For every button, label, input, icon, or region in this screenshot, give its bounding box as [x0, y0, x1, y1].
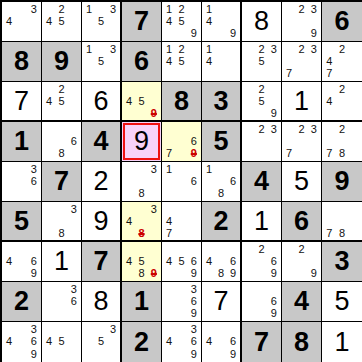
cell-r4c7[interactable]: 23 — [242, 122, 282, 162]
empty-candidate-slot — [203, 348, 215, 361]
empty-candidate-slot — [323, 83, 336, 95]
candidate-digit: 7 — [323, 68, 336, 80]
cell-r8c3[interactable]: 8 — [82, 282, 122, 322]
cell-r8c2[interactable]: 36 — [42, 282, 82, 322]
cell-r1c9[interactable]: 6 — [322, 2, 362, 42]
empty-candidate-slot — [123, 243, 135, 255]
empty-candidate-slot — [215, 243, 227, 255]
solved-digit: 9 — [93, 208, 108, 235]
empty-candidate-slot — [123, 107, 135, 119]
candidate-digit: 9 — [28, 268, 40, 280]
empty-candidate-slot — [227, 55, 239, 67]
candidate-digit: 8 — [55, 227, 67, 239]
cell-r5c6[interactable]: 168 — [202, 162, 242, 202]
cell-r3c5[interactable]: 8 — [162, 82, 202, 122]
empty-candidate-slot — [295, 68, 307, 80]
empty-candidate-slot — [188, 188, 200, 200]
empty-candidate-slot — [215, 336, 227, 349]
candidate-digit: 8 — [215, 188, 227, 200]
cell-r1c3[interactable]: 135 — [82, 2, 122, 42]
empty-candidate-slot — [175, 308, 187, 320]
cell-r8c7[interactable]: 69 — [242, 282, 282, 322]
empty-candidate-slot — [135, 215, 147, 227]
solved-digit: 5 — [294, 168, 309, 195]
candidate-digit: 3 — [308, 3, 320, 15]
cell-r8c5[interactable]: 369 — [162, 282, 202, 322]
pencil-marks: 29 — [283, 243, 320, 280]
given-digit: 5 — [213, 128, 228, 155]
empty-candidate-slot — [268, 95, 280, 107]
candidate-digit: 5 — [55, 95, 67, 107]
empty-candidate-slot — [55, 107, 67, 119]
solved-digit: 1 — [254, 208, 269, 235]
cell-r4c3[interactable]: 4 — [82, 122, 122, 162]
eliminated-candidate-digit: 8 — [135, 227, 147, 239]
cell-r7c7[interactable]: 269 — [242, 242, 282, 282]
empty-candidate-slot — [215, 55, 227, 67]
candidate-digit: 5 — [135, 255, 147, 267]
empty-candidate-slot — [255, 283, 267, 295]
candidate-digit: 8 — [55, 148, 67, 160]
cell-r1c7[interactable]: 8 — [242, 2, 282, 42]
pencil-marks: 14 — [203, 43, 239, 80]
cell-r8c8[interactable]: 4 — [282, 282, 322, 322]
candidate-digit: 5 — [95, 55, 107, 67]
candidate-digit: 4 — [203, 15, 215, 27]
candidate-digit: 2 — [55, 83, 67, 95]
pencil-marks: 269 — [243, 243, 280, 280]
given-digit: 4 — [254, 168, 269, 195]
cell-r5c5[interactable]: 16 — [162, 162, 202, 202]
pencil-marks: 36 — [3, 163, 40, 200]
cell-r2c7[interactable]: 235 — [242, 42, 282, 82]
candidate-digit: 4 — [123, 215, 135, 227]
empty-candidate-slot — [148, 215, 160, 227]
pencil-marks: 237 — [283, 43, 320, 80]
empty-candidate-slot — [95, 348, 107, 361]
cell-r3c2[interactable]: 245 — [42, 82, 82, 122]
empty-candidate-slot — [283, 123, 295, 135]
candidate-digit: 2 — [175, 43, 187, 55]
empty-candidate-slot — [175, 148, 187, 160]
empty-candidate-slot — [243, 68, 255, 80]
cell-r9c3[interactable]: 35 — [82, 322, 122, 362]
pencil-marks: 135 — [83, 43, 119, 80]
cell-r2c2[interactable]: 9 — [42, 42, 82, 82]
empty-candidate-slot — [175, 175, 187, 187]
empty-candidate-slot — [243, 148, 255, 160]
pencil-marks: 4589 — [123, 243, 160, 280]
candidate-digit: 3 — [148, 203, 160, 215]
empty-candidate-slot — [43, 107, 55, 119]
empty-candidate-slot — [95, 68, 107, 80]
empty-candidate-slot — [163, 348, 175, 361]
cell-r3c9[interactable]: 24 — [322, 82, 362, 122]
cell-r6c6[interactable]: 2 — [202, 202, 242, 242]
empty-candidate-slot — [336, 55, 349, 67]
empty-candidate-slot — [295, 28, 307, 40]
cell-r9c1[interactable]: 3469 — [2, 322, 42, 362]
empty-candidate-slot — [243, 268, 255, 280]
candidate-digit: 3 — [28, 3, 40, 15]
empty-candidate-slot — [308, 135, 320, 147]
cell-r8c4[interactable]: 1 — [122, 282, 162, 322]
candidate-digit: 8 — [336, 148, 349, 160]
empty-candidate-slot — [55, 123, 67, 135]
empty-candidate-slot — [188, 227, 200, 239]
cell-r3c4[interactable]: 459 — [122, 82, 162, 122]
candidate-digit: 2 — [295, 123, 307, 135]
cell-r4c8[interactable]: 237 — [282, 122, 322, 162]
empty-candidate-slot — [348, 43, 361, 55]
cell-r5c9[interactable]: 9 — [322, 162, 362, 202]
empty-candidate-slot — [255, 255, 267, 267]
cell-r4c6[interactable]: 5 — [202, 122, 242, 162]
cell-r4c1[interactable]: 1 — [2, 122, 42, 162]
pencil-marks: 34 — [3, 3, 40, 40]
empty-candidate-slot — [68, 336, 80, 349]
cell-r9c5[interactable]: 3469 — [162, 322, 202, 362]
pencil-marks: 469 — [203, 323, 239, 361]
empty-candidate-slot — [3, 188, 15, 200]
empty-candidate-slot — [3, 175, 15, 187]
empty-candidate-slot — [243, 255, 255, 267]
cell-r3c1[interactable]: 7 — [2, 82, 42, 122]
cell-r5c3[interactable]: 2 — [82, 162, 122, 202]
pencil-marks: 247 — [323, 43, 361, 80]
pencil-marks: 3469 — [3, 323, 40, 361]
empty-candidate-slot — [336, 215, 349, 227]
pencil-marks: 1245 — [163, 43, 200, 80]
cell-r5c2[interactable]: 7 — [42, 162, 82, 202]
empty-candidate-slot — [243, 283, 255, 295]
empty-candidate-slot — [148, 95, 160, 107]
cell-r9c7[interactable]: 7 — [242, 322, 282, 362]
empty-candidate-slot — [268, 68, 280, 80]
cell-r7c9[interactable]: 3 — [322, 242, 362, 282]
given-digit: 2 — [213, 208, 228, 235]
empty-candidate-slot — [336, 203, 349, 215]
candidate-digit: 4 — [3, 255, 15, 267]
candidate-digit: 3 — [107, 3, 119, 15]
empty-candidate-slot — [95, 43, 107, 55]
empty-candidate-slot — [215, 68, 227, 80]
candidate-digit: 4 — [3, 336, 15, 349]
cell-r7c6[interactable]: 4689 — [202, 242, 242, 282]
cell-r1c8[interactable]: 239 — [282, 2, 322, 42]
empty-candidate-slot — [227, 188, 239, 200]
empty-candidate-slot — [68, 348, 80, 361]
candidate-digit: 9 — [227, 268, 239, 280]
empty-candidate-slot — [348, 135, 361, 147]
pencil-marks: 168 — [203, 163, 239, 200]
candidate-digit: 4 — [163, 336, 175, 349]
cell-r2c1[interactable]: 8 — [2, 42, 42, 82]
empty-candidate-slot — [268, 283, 280, 295]
cell-r6c8[interactable]: 6 — [282, 202, 322, 242]
cell-r7c1[interactable]: 469 — [2, 242, 42, 282]
empty-candidate-slot — [215, 255, 227, 267]
sudoku-board: 3424513571245914982396891356124514235237… — [0, 0, 362, 362]
empty-candidate-slot — [323, 135, 336, 147]
empty-candidate-slot — [43, 283, 55, 295]
empty-candidate-slot — [227, 243, 239, 255]
given-digit: 4 — [294, 288, 309, 315]
empty-candidate-slot — [188, 163, 200, 175]
empty-candidate-slot — [3, 28, 15, 40]
cell-r1c5[interactable]: 12459 — [162, 2, 202, 42]
cell-r2c6[interactable]: 14 — [202, 42, 242, 82]
empty-candidate-slot — [203, 323, 215, 336]
cell-r1c2[interactable]: 245 — [42, 2, 82, 42]
pencil-marks: 35 — [83, 323, 119, 361]
cell-r7c5[interactable]: 4569 — [162, 242, 202, 282]
empty-candidate-slot — [68, 3, 80, 15]
empty-candidate-slot — [215, 28, 227, 40]
pencil-marks: 149 — [203, 3, 239, 40]
candidate-digit: 6 — [68, 295, 80, 307]
pencil-marks: 47 — [163, 203, 200, 239]
candidate-digit: 9 — [188, 268, 200, 280]
cell-r3c6[interactable]: 3 — [202, 82, 242, 122]
empty-candidate-slot — [15, 323, 27, 336]
cell-r1c1[interactable]: 34 — [2, 2, 42, 42]
empty-candidate-slot — [3, 268, 15, 280]
pencil-marks: 235 — [243, 43, 280, 80]
empty-candidate-slot — [148, 255, 160, 267]
cell-r3c8[interactable]: 1 — [282, 82, 322, 122]
cell-r8c1[interactable]: 2 — [2, 282, 42, 322]
empty-candidate-slot — [175, 135, 187, 147]
empty-candidate-slot — [163, 68, 175, 80]
candidate-digit: 6 — [28, 175, 40, 187]
empty-candidate-slot — [68, 227, 80, 239]
candidate-digit: 2 — [336, 43, 349, 55]
pencil-marks: 237 — [283, 123, 320, 160]
pencil-marks: 4689 — [203, 243, 239, 280]
empty-candidate-slot — [348, 68, 361, 80]
cell-r6c9[interactable]: 78 — [322, 202, 362, 242]
cell-r6c5[interactable]: 47 — [162, 202, 202, 242]
candidate-digit: 6 — [188, 135, 200, 147]
candidate-digit: 7 — [163, 227, 175, 239]
empty-candidate-slot — [255, 295, 267, 307]
empty-candidate-slot — [295, 135, 307, 147]
empty-candidate-slot — [3, 3, 15, 15]
cell-r5c7[interactable]: 4 — [242, 162, 282, 202]
given-digit: 3 — [213, 88, 228, 115]
empty-candidate-slot — [68, 107, 80, 119]
candidate-digit: 2 — [295, 243, 307, 255]
empty-candidate-slot — [243, 295, 255, 307]
empty-candidate-slot — [175, 227, 187, 239]
pencil-marks: 348 — [123, 203, 160, 239]
solved-digit: 6 — [93, 88, 108, 115]
cell-r6c4[interactable]: 348 — [122, 202, 162, 242]
given-digit: 1 — [14, 128, 29, 155]
pencil-marks: 45 — [43, 323, 80, 361]
empty-candidate-slot — [175, 123, 187, 135]
candidate-digit: 3 — [28, 163, 40, 175]
empty-candidate-slot — [163, 28, 175, 40]
cell-r7c8[interactable]: 29 — [282, 242, 322, 282]
empty-candidate-slot — [323, 43, 336, 55]
empty-candidate-slot — [188, 203, 200, 215]
empty-candidate-slot — [55, 135, 67, 147]
empty-candidate-slot — [323, 107, 336, 119]
cell-r6c7[interactable]: 1 — [242, 202, 282, 242]
empty-candidate-slot — [15, 28, 27, 40]
empty-candidate-slot — [163, 268, 175, 280]
empty-candidate-slot — [323, 203, 336, 215]
empty-candidate-slot — [283, 243, 295, 255]
cell-r9c4[interactable]: 2 — [122, 322, 162, 362]
candidate-digit: 4 — [323, 55, 336, 67]
empty-candidate-slot — [243, 243, 255, 255]
pencil-marks: 259 — [243, 83, 280, 119]
candidate-digit: 2 — [295, 3, 307, 15]
empty-candidate-slot — [15, 268, 27, 280]
cell-r9c6[interactable]: 469 — [202, 322, 242, 362]
cell-r9c8[interactable]: 8 — [282, 322, 322, 362]
empty-candidate-slot — [203, 243, 215, 255]
cell-r5c1[interactable]: 36 — [2, 162, 42, 202]
empty-candidate-slot — [68, 83, 80, 95]
cell-r1c6[interactable]: 149 — [202, 2, 242, 42]
given-digit: 8 — [14, 48, 29, 75]
cell-r5c8[interactable]: 5 — [282, 162, 322, 202]
cell-r6c1[interactable]: 5 — [2, 202, 42, 242]
cell-r2c9[interactable]: 247 — [322, 42, 362, 82]
cell-r5c4[interactable]: 38 — [122, 162, 162, 202]
empty-candidate-slot — [148, 83, 160, 95]
empty-candidate-slot — [227, 163, 239, 175]
empty-candidate-slot — [268, 55, 280, 67]
given-digit: 6 — [334, 8, 349, 35]
cell-r7c4[interactable]: 4589 — [122, 242, 162, 282]
empty-candidate-slot — [308, 15, 320, 27]
empty-candidate-slot — [203, 188, 215, 200]
empty-candidate-slot — [107, 55, 119, 67]
empty-candidate-slot — [203, 268, 215, 280]
cell-r7c2[interactable]: 1 — [42, 242, 82, 282]
candidate-digit: 1 — [163, 3, 175, 15]
empty-candidate-slot — [163, 123, 175, 135]
empty-candidate-slot — [243, 55, 255, 67]
cell-r9c9[interactable]: 1 — [322, 322, 362, 362]
cell-r4c4[interactable]: 9 — [122, 122, 162, 162]
cell-r2c4[interactable]: 6 — [122, 42, 162, 82]
cell-r8c6[interactable]: 7 — [202, 282, 242, 322]
candidate-digit: 1 — [83, 43, 95, 55]
empty-candidate-slot — [188, 15, 200, 27]
empty-candidate-slot — [43, 3, 55, 15]
cell-r2c3[interactable]: 135 — [82, 42, 122, 82]
eliminated-candidate-digit: 9 — [188, 148, 200, 160]
empty-candidate-slot — [55, 348, 67, 361]
candidate-digit: 6 — [268, 255, 280, 267]
empty-candidate-slot — [135, 203, 147, 215]
given-digit: 9 — [334, 168, 349, 195]
empty-candidate-slot — [215, 348, 227, 361]
empty-candidate-slot — [123, 203, 135, 215]
candidate-digit: 4 — [3, 15, 15, 27]
empty-candidate-slot — [215, 15, 227, 27]
solved-digit: 8 — [93, 288, 108, 315]
cell-r3c7[interactable]: 259 — [242, 82, 282, 122]
empty-candidate-slot — [175, 348, 187, 361]
eliminated-candidate-digit: 9 — [148, 268, 160, 280]
pencil-marks: 23 — [243, 123, 280, 160]
given-digit: 4 — [93, 128, 108, 155]
pencil-marks: 38 — [123, 163, 160, 200]
solved-digit: 2 — [93, 168, 108, 195]
cell-r7c3[interactable]: 7 — [82, 242, 122, 282]
pencil-marks: 245 — [43, 83, 80, 119]
cell-r4c2[interactable]: 68 — [42, 122, 82, 162]
empty-candidate-slot — [283, 135, 295, 147]
empty-candidate-slot — [3, 243, 15, 255]
empty-candidate-slot — [243, 135, 255, 147]
empty-candidate-slot — [135, 107, 147, 119]
cell-r6c2[interactable]: 38 — [42, 202, 82, 242]
candidate-digit: 7 — [283, 148, 295, 160]
candidate-digit: 3 — [68, 283, 80, 295]
cell-r8c9[interactable]: 5 — [322, 282, 362, 322]
cell-r2c8[interactable]: 237 — [282, 42, 322, 82]
cell-r6c3[interactable]: 9 — [82, 202, 122, 242]
empty-candidate-slot — [148, 227, 160, 239]
empty-candidate-slot — [43, 28, 55, 40]
pencil-marks: 4569 — [163, 243, 200, 280]
empty-candidate-slot — [295, 15, 307, 27]
candidate-digit: 4 — [163, 255, 175, 267]
candidate-digit: 5 — [95, 336, 107, 349]
empty-candidate-slot — [348, 148, 361, 160]
candidate-digit: 4 — [43, 95, 55, 107]
cell-r9c2[interactable]: 45 — [42, 322, 82, 362]
candidate-digit: 2 — [255, 243, 267, 255]
empty-candidate-slot — [348, 107, 361, 119]
cell-r4c9[interactable]: 278 — [322, 122, 362, 162]
pencil-marks: 239 — [283, 3, 320, 40]
candidate-digit: 3 — [28, 323, 40, 336]
empty-candidate-slot — [107, 336, 119, 349]
eliminated-candidate-digit: 9 — [148, 107, 160, 119]
empty-candidate-slot — [283, 268, 295, 280]
cell-r4c5[interactable]: 679 — [162, 122, 202, 162]
candidate-digit: 2 — [55, 3, 67, 15]
empty-candidate-slot — [107, 28, 119, 40]
empty-candidate-slot — [55, 28, 67, 40]
empty-candidate-slot — [95, 323, 107, 336]
cell-r2c5[interactable]: 1245 — [162, 42, 202, 82]
candidate-digit: 7 — [323, 148, 336, 160]
candidate-digit: 9 — [268, 107, 280, 119]
empty-candidate-slot — [348, 123, 361, 135]
empty-candidate-slot — [215, 163, 227, 175]
empty-candidate-slot — [215, 323, 227, 336]
empty-candidate-slot — [135, 175, 147, 187]
candidate-digit: 4 — [163, 55, 175, 67]
cell-r1c4[interactable]: 7 — [122, 2, 162, 42]
cell-r3c3[interactable]: 6 — [82, 82, 122, 122]
candidate-digit: 6 — [227, 175, 239, 187]
empty-candidate-slot — [163, 135, 175, 147]
empty-candidate-slot — [268, 83, 280, 95]
candidate-digit: 1 — [203, 3, 215, 15]
candidate-digit: 6 — [227, 336, 239, 349]
